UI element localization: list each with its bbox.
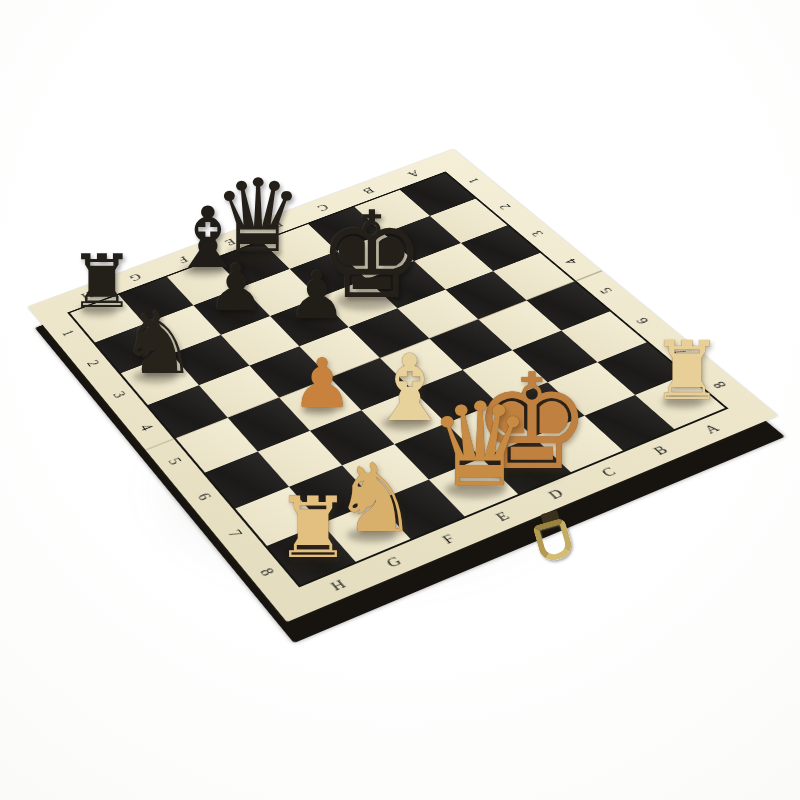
piece-black-pawn-f2[interactable]: ♟ [208, 256, 266, 320]
piece-black-knight-h3[interactable]: ♞ [120, 300, 198, 387]
piece-white-rook-h8[interactable]: ♜ [275, 485, 351, 570]
piece-white-pawn-f5[interactable]: ♟ [291, 350, 352, 418]
piece-white-rook-a8[interactable]: ♜ [650, 331, 723, 412]
photo-stage: ABCDEFGH 12345678 ABCDEFGH 12345678 ♜♝♛♟… [0, 0, 800, 800]
piece-black-pawn-e3[interactable]: ♟ [288, 262, 346, 327]
piece-white-queen-e8[interactable]: ♛ [428, 388, 532, 504]
